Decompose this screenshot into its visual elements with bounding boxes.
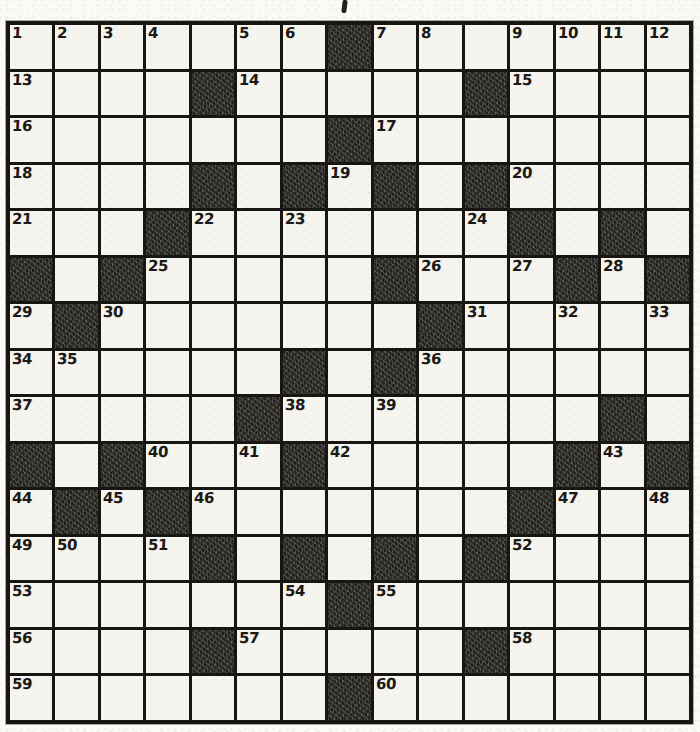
white-cell-r4c8[interactable]: 19 bbox=[328, 165, 370, 209]
white-cell-r5c3[interactable] bbox=[101, 211, 143, 255]
clue-number: 59 bbox=[12, 677, 33, 693]
white-cell-r6c14[interactable]: 28 bbox=[601, 258, 643, 302]
black-cell-r3c8 bbox=[328, 118, 370, 162]
clue-number: 39 bbox=[375, 398, 396, 414]
white-cell-r11c1[interactable]: 44 bbox=[10, 490, 52, 534]
white-cell-r11c11[interactable] bbox=[465, 490, 507, 534]
white-cell-r15c13[interactable] bbox=[556, 676, 598, 720]
white-cell-r11c14[interactable] bbox=[601, 490, 643, 534]
clue-number: 24 bbox=[466, 212, 487, 228]
white-cell-r3c11[interactable] bbox=[465, 118, 507, 162]
black-cell-r15c8 bbox=[328, 676, 370, 720]
black-cell-r6c13 bbox=[556, 258, 598, 302]
white-cell-r7c11[interactable]: 31 bbox=[465, 304, 507, 348]
clue-number: 22 bbox=[193, 212, 214, 228]
white-cell-r12c6[interactable] bbox=[237, 537, 279, 581]
white-cell-r13c3[interactable] bbox=[101, 583, 143, 627]
black-cell-r10c15 bbox=[647, 444, 689, 488]
ink-mark bbox=[341, 0, 348, 13]
clue-number: 21 bbox=[12, 212, 33, 228]
white-cell-r9c15[interactable] bbox=[647, 397, 689, 441]
white-cell-r7c4[interactable] bbox=[146, 304, 188, 348]
white-cell-r9c4[interactable] bbox=[146, 397, 188, 441]
white-cell-r1c9[interactable]: 7 bbox=[374, 25, 416, 69]
white-cell-r9c2[interactable] bbox=[55, 397, 97, 441]
clue-number: 4 bbox=[148, 26, 159, 42]
clue-number: 47 bbox=[557, 491, 578, 507]
white-cell-r12c4[interactable]: 51 bbox=[146, 537, 188, 581]
white-cell-r15c1[interactable]: 59 bbox=[10, 676, 52, 720]
white-cell-r2c13[interactable] bbox=[556, 72, 598, 116]
white-cell-r7c5[interactable] bbox=[192, 304, 234, 348]
black-cell-r4c5 bbox=[192, 165, 234, 209]
clue-number: 25 bbox=[148, 259, 169, 275]
black-cell-r1c8 bbox=[328, 25, 370, 69]
clue-number: 7 bbox=[375, 26, 386, 42]
white-cell-r2c4[interactable] bbox=[146, 72, 188, 116]
clue-number: 53 bbox=[12, 584, 33, 600]
white-cell-r7c3[interactable]: 30 bbox=[101, 304, 143, 348]
white-cell-r8c13[interactable] bbox=[556, 351, 598, 395]
white-cell-r2c14[interactable] bbox=[601, 72, 643, 116]
white-cell-r8c6[interactable] bbox=[237, 351, 279, 395]
white-cell-r4c6[interactable] bbox=[237, 165, 279, 209]
clue-number: 23 bbox=[284, 212, 305, 228]
white-cell-r6c11[interactable] bbox=[465, 258, 507, 302]
clue-number: 18 bbox=[12, 166, 33, 182]
white-cell-r12c15[interactable] bbox=[647, 537, 689, 581]
clue-number: 16 bbox=[12, 119, 33, 135]
white-cell-r6c10[interactable]: 26 bbox=[419, 258, 461, 302]
white-cell-r13c14[interactable] bbox=[601, 583, 643, 627]
white-cell-r10c11[interactable] bbox=[465, 444, 507, 488]
white-cell-r11c9[interactable] bbox=[374, 490, 416, 534]
white-cell-r3c12[interactable] bbox=[510, 118, 552, 162]
white-cell-r9c13[interactable] bbox=[556, 397, 598, 441]
clue-number: 1 bbox=[12, 26, 23, 42]
clue-number: 54 bbox=[284, 584, 305, 600]
white-cell-r1c6[interactable]: 5 bbox=[237, 25, 279, 69]
white-cell-r4c15[interactable] bbox=[647, 165, 689, 209]
white-cell-r3c10[interactable] bbox=[419, 118, 461, 162]
clue-number: 13 bbox=[12, 73, 33, 89]
white-cell-r15c2[interactable] bbox=[55, 676, 97, 720]
black-cell-r10c3 bbox=[101, 444, 143, 488]
white-cell-r1c12[interactable]: 9 bbox=[510, 25, 552, 69]
white-cell-r15c7[interactable] bbox=[283, 676, 325, 720]
clue-number: 56 bbox=[12, 631, 33, 647]
white-cell-r4c3[interactable] bbox=[101, 165, 143, 209]
white-cell-r7c12[interactable] bbox=[510, 304, 552, 348]
clue-number: 48 bbox=[648, 491, 669, 507]
black-cell-r6c1 bbox=[10, 258, 52, 302]
white-cell-r3c13[interactable] bbox=[556, 118, 598, 162]
white-cell-r2c8[interactable] bbox=[328, 72, 370, 116]
white-cell-r9c9[interactable]: 39 bbox=[374, 397, 416, 441]
white-cell-r8c5[interactable] bbox=[192, 351, 234, 395]
white-cell-r8c3[interactable] bbox=[101, 351, 143, 395]
white-cell-r5c9[interactable] bbox=[374, 211, 416, 255]
white-cell-r3c1[interactable]: 16 bbox=[10, 118, 52, 162]
clue-number: 20 bbox=[512, 166, 533, 182]
clue-number: 17 bbox=[375, 119, 396, 135]
white-cell-r2c2[interactable] bbox=[55, 72, 97, 116]
white-cell-r6c2[interactable] bbox=[55, 258, 97, 302]
white-cell-r1c14[interactable]: 11 bbox=[601, 25, 643, 69]
white-cell-r8c4[interactable] bbox=[146, 351, 188, 395]
white-cell-r11c3[interactable]: 45 bbox=[101, 490, 143, 534]
white-cell-r14c13[interactable] bbox=[556, 630, 598, 674]
clue-number: 2 bbox=[57, 26, 68, 42]
white-cell-r1c10[interactable]: 8 bbox=[419, 25, 461, 69]
white-cell-r9c10[interactable] bbox=[419, 397, 461, 441]
white-cell-r11c10[interactable] bbox=[419, 490, 461, 534]
white-cell-r10c6[interactable]: 41 bbox=[237, 444, 279, 488]
white-cell-r12c3[interactable] bbox=[101, 537, 143, 581]
clue-number: 15 bbox=[512, 73, 533, 89]
white-cell-r15c6[interactable] bbox=[237, 676, 279, 720]
white-cell-r14c7[interactable] bbox=[283, 630, 325, 674]
white-cell-r4c12[interactable]: 20 bbox=[510, 165, 552, 209]
white-cell-r10c4[interactable]: 40 bbox=[146, 444, 188, 488]
white-cell-r12c12[interactable]: 52 bbox=[510, 537, 552, 581]
white-cell-r10c14[interactable]: 43 bbox=[601, 444, 643, 488]
white-cell-r5c7[interactable]: 23 bbox=[283, 211, 325, 255]
clue-number: 26 bbox=[421, 259, 442, 275]
white-cell-r2c6[interactable]: 14 bbox=[237, 72, 279, 116]
white-cell-r3c2[interactable] bbox=[55, 118, 97, 162]
white-cell-r8c10[interactable]: 36 bbox=[419, 351, 461, 395]
white-cell-r7c7[interactable] bbox=[283, 304, 325, 348]
white-cell-r15c10[interactable] bbox=[419, 676, 461, 720]
clue-number: 34 bbox=[12, 352, 33, 368]
white-cell-r12c10[interactable] bbox=[419, 537, 461, 581]
white-cell-r2c3[interactable] bbox=[101, 72, 143, 116]
white-cell-r6c5[interactable] bbox=[192, 258, 234, 302]
white-cell-r11c5[interactable]: 46 bbox=[192, 490, 234, 534]
black-cell-r4c9 bbox=[374, 165, 416, 209]
black-cell-r14c5 bbox=[192, 630, 234, 674]
white-cell-r13c1[interactable]: 53 bbox=[10, 583, 52, 627]
black-cell-r8c7 bbox=[283, 351, 325, 395]
clue-number: 45 bbox=[103, 491, 124, 507]
white-cell-r15c12[interactable] bbox=[510, 676, 552, 720]
white-cell-r4c4[interactable] bbox=[146, 165, 188, 209]
white-cell-r3c15[interactable] bbox=[647, 118, 689, 162]
white-cell-r1c5[interactable] bbox=[192, 25, 234, 69]
white-cell-r13c15[interactable] bbox=[647, 583, 689, 627]
white-cell-r7c9[interactable] bbox=[374, 304, 416, 348]
black-cell-r5c4 bbox=[146, 211, 188, 255]
white-cell-r8c15[interactable] bbox=[647, 351, 689, 395]
clue-number: 52 bbox=[512, 538, 533, 554]
white-cell-r2c12[interactable]: 15 bbox=[510, 72, 552, 116]
clue-number: 60 bbox=[375, 677, 396, 693]
black-cell-r11c2 bbox=[55, 490, 97, 534]
clue-number: 42 bbox=[330, 445, 351, 461]
white-cell-r11c6[interactable] bbox=[237, 490, 279, 534]
white-cell-r5c1[interactable]: 21 bbox=[10, 211, 52, 255]
white-cell-r8c14[interactable] bbox=[601, 351, 643, 395]
white-cell-r13c10[interactable] bbox=[419, 583, 461, 627]
white-cell-r14c15[interactable] bbox=[647, 630, 689, 674]
white-cell-r8c8[interactable] bbox=[328, 351, 370, 395]
clue-number: 32 bbox=[557, 305, 578, 321]
white-cell-r8c12[interactable] bbox=[510, 351, 552, 395]
white-cell-r14c2[interactable] bbox=[55, 630, 97, 674]
clue-number: 33 bbox=[648, 305, 669, 321]
white-cell-r5c10[interactable] bbox=[419, 211, 461, 255]
black-cell-r10c1 bbox=[10, 444, 52, 488]
clue-number: 40 bbox=[148, 445, 169, 461]
white-cell-r1c2[interactable]: 2 bbox=[55, 25, 97, 69]
white-cell-r10c5[interactable] bbox=[192, 444, 234, 488]
clue-number: 37 bbox=[12, 398, 33, 414]
white-cell-r3c4[interactable] bbox=[146, 118, 188, 162]
white-cell-r12c8[interactable] bbox=[328, 537, 370, 581]
black-cell-r6c9 bbox=[374, 258, 416, 302]
white-cell-r11c13[interactable]: 47 bbox=[556, 490, 598, 534]
clue-number: 58 bbox=[512, 631, 533, 647]
clue-number: 43 bbox=[603, 445, 624, 461]
white-cell-r6c7[interactable] bbox=[283, 258, 325, 302]
clue-number: 36 bbox=[421, 352, 442, 368]
white-cell-r5c6[interactable] bbox=[237, 211, 279, 255]
clue-number: 6 bbox=[284, 26, 295, 42]
clue-number: 29 bbox=[12, 305, 33, 321]
white-cell-r12c14[interactable] bbox=[601, 537, 643, 581]
white-cell-r14c14[interactable] bbox=[601, 630, 643, 674]
clue-number: 10 bbox=[557, 26, 578, 42]
black-cell-r12c7 bbox=[283, 537, 325, 581]
scanned-crossword-page: 1234567891011121314151617181920212223242… bbox=[0, 0, 700, 732]
white-cell-r10c10[interactable] bbox=[419, 444, 461, 488]
white-cell-r6c6[interactable] bbox=[237, 258, 279, 302]
white-cell-r4c13[interactable] bbox=[556, 165, 598, 209]
white-cell-r15c14[interactable] bbox=[601, 676, 643, 720]
white-cell-r6c4[interactable]: 25 bbox=[146, 258, 188, 302]
black-cell-r9c14 bbox=[601, 397, 643, 441]
black-cell-r7c10 bbox=[419, 304, 461, 348]
white-cell-r2c1[interactable]: 13 bbox=[10, 72, 52, 116]
white-cell-r13c7[interactable]: 54 bbox=[283, 583, 325, 627]
white-cell-r13c2[interactable] bbox=[55, 583, 97, 627]
black-cell-r5c14 bbox=[601, 211, 643, 255]
white-cell-r12c1[interactable]: 49 bbox=[10, 537, 52, 581]
white-cell-r1c15[interactable]: 12 bbox=[647, 25, 689, 69]
clue-number: 51 bbox=[148, 538, 169, 554]
white-cell-r6c8[interactable] bbox=[328, 258, 370, 302]
white-cell-r7c6[interactable] bbox=[237, 304, 279, 348]
white-cell-r12c2[interactable]: 50 bbox=[55, 537, 97, 581]
black-cell-r5c12 bbox=[510, 211, 552, 255]
white-cell-r3c7[interactable] bbox=[283, 118, 325, 162]
black-cell-r10c7 bbox=[283, 444, 325, 488]
white-cell-r12c13[interactable] bbox=[556, 537, 598, 581]
clue-number: 31 bbox=[466, 305, 487, 321]
white-cell-r11c15[interactable]: 48 bbox=[647, 490, 689, 534]
black-cell-r2c11 bbox=[465, 72, 507, 116]
white-cell-r14c6[interactable]: 57 bbox=[237, 630, 279, 674]
crossword-grid: 1234567891011121314151617181920212223242… bbox=[6, 21, 693, 724]
clue-number: 38 bbox=[284, 398, 305, 414]
white-cell-r1c4[interactable]: 4 bbox=[146, 25, 188, 69]
white-cell-r14c9[interactable] bbox=[374, 630, 416, 674]
black-cell-r2c5 bbox=[192, 72, 234, 116]
black-cell-r12c5 bbox=[192, 537, 234, 581]
black-cell-r12c9 bbox=[374, 537, 416, 581]
clue-number: 49 bbox=[12, 538, 33, 554]
white-cell-r11c7[interactable] bbox=[283, 490, 325, 534]
white-cell-r4c10[interactable] bbox=[419, 165, 461, 209]
clue-number: 44 bbox=[12, 491, 33, 507]
white-cell-r15c4[interactable] bbox=[146, 676, 188, 720]
white-cell-r9c12[interactable] bbox=[510, 397, 552, 441]
clue-number: 41 bbox=[239, 445, 260, 461]
black-cell-r14c11 bbox=[465, 630, 507, 674]
black-cell-r6c3 bbox=[101, 258, 143, 302]
white-cell-r15c15[interactable] bbox=[647, 676, 689, 720]
white-cell-r2c10[interactable] bbox=[419, 72, 461, 116]
white-cell-r15c3[interactable] bbox=[101, 676, 143, 720]
white-cell-r5c11[interactable]: 24 bbox=[465, 211, 507, 255]
clue-number: 5 bbox=[239, 26, 250, 42]
clue-number: 46 bbox=[193, 491, 214, 507]
clue-number: 27 bbox=[512, 259, 533, 275]
white-cell-r10c12[interactable] bbox=[510, 444, 552, 488]
white-cell-r9c11[interactable] bbox=[465, 397, 507, 441]
white-cell-r14c3[interactable] bbox=[101, 630, 143, 674]
clue-number: 57 bbox=[239, 631, 260, 647]
white-cell-r9c1[interactable]: 37 bbox=[10, 397, 52, 441]
white-cell-r14c12[interactable]: 58 bbox=[510, 630, 552, 674]
white-cell-r13c9[interactable]: 55 bbox=[374, 583, 416, 627]
white-cell-r13c12[interactable] bbox=[510, 583, 552, 627]
white-cell-r9c7[interactable]: 38 bbox=[283, 397, 325, 441]
white-cell-r10c8[interactable]: 42 bbox=[328, 444, 370, 488]
clue-number: 14 bbox=[239, 73, 260, 89]
white-cell-r4c14[interactable] bbox=[601, 165, 643, 209]
white-cell-r13c11[interactable] bbox=[465, 583, 507, 627]
white-cell-r15c5[interactable] bbox=[192, 676, 234, 720]
black-cell-r12c11 bbox=[465, 537, 507, 581]
black-cell-r13c8 bbox=[328, 583, 370, 627]
white-cell-r5c15[interactable] bbox=[647, 211, 689, 255]
white-cell-r14c10[interactable] bbox=[419, 630, 461, 674]
white-cell-r4c1[interactable]: 18 bbox=[10, 165, 52, 209]
black-cell-r4c7 bbox=[283, 165, 325, 209]
white-cell-r7c8[interactable] bbox=[328, 304, 370, 348]
black-cell-r6c15 bbox=[647, 258, 689, 302]
black-cell-r11c4 bbox=[146, 490, 188, 534]
white-cell-r5c13[interactable] bbox=[556, 211, 598, 255]
white-cell-r7c1[interactable]: 29 bbox=[10, 304, 52, 348]
clue-number: 55 bbox=[375, 584, 396, 600]
white-cell-r14c4[interactable] bbox=[146, 630, 188, 674]
white-cell-r1c13[interactable]: 10 bbox=[556, 25, 598, 69]
white-cell-r6c12[interactable]: 27 bbox=[510, 258, 552, 302]
white-cell-r5c2[interactable] bbox=[55, 211, 97, 255]
white-cell-r7c14[interactable] bbox=[601, 304, 643, 348]
black-cell-r9c6 bbox=[237, 397, 279, 441]
white-cell-r3c14[interactable] bbox=[601, 118, 643, 162]
white-cell-r2c7[interactable] bbox=[283, 72, 325, 116]
black-cell-r8c9 bbox=[374, 351, 416, 395]
black-cell-r11c12 bbox=[510, 490, 552, 534]
white-cell-r1c7[interactable]: 6 bbox=[283, 25, 325, 69]
white-cell-r8c1[interactable]: 34 bbox=[10, 351, 52, 395]
white-cell-r2c9[interactable] bbox=[374, 72, 416, 116]
clue-number: 3 bbox=[103, 26, 114, 42]
clue-number: 12 bbox=[648, 26, 669, 42]
white-cell-r1c11[interactable] bbox=[465, 25, 507, 69]
clue-number: 30 bbox=[103, 305, 124, 321]
white-cell-r4c2[interactable] bbox=[55, 165, 97, 209]
white-cell-r9c3[interactable] bbox=[101, 397, 143, 441]
black-cell-r7c2 bbox=[55, 304, 97, 348]
white-cell-r8c11[interactable] bbox=[465, 351, 507, 395]
white-cell-r13c4[interactable] bbox=[146, 583, 188, 627]
white-cell-r1c1[interactable]: 1 bbox=[10, 25, 52, 69]
white-cell-r5c8[interactable] bbox=[328, 211, 370, 255]
clue-number: 50 bbox=[57, 538, 78, 554]
white-cell-r11c8[interactable] bbox=[328, 490, 370, 534]
clue-number: 11 bbox=[603, 26, 624, 42]
white-cell-r7c15[interactable]: 33 bbox=[647, 304, 689, 348]
white-cell-r3c9[interactable]: 17 bbox=[374, 118, 416, 162]
white-cell-r13c6[interactable] bbox=[237, 583, 279, 627]
white-cell-r10c9[interactable] bbox=[374, 444, 416, 488]
white-cell-r3c6[interactable] bbox=[237, 118, 279, 162]
clue-number: 19 bbox=[330, 166, 351, 182]
clue-number: 35 bbox=[57, 352, 78, 368]
white-cell-r13c13[interactable] bbox=[556, 583, 598, 627]
black-cell-r10c13 bbox=[556, 444, 598, 488]
white-cell-r10c2[interactable] bbox=[55, 444, 97, 488]
white-cell-r3c5[interactable] bbox=[192, 118, 234, 162]
white-cell-r15c11[interactable] bbox=[465, 676, 507, 720]
black-cell-r4c11 bbox=[465, 165, 507, 209]
white-cell-r5c5[interactable]: 22 bbox=[192, 211, 234, 255]
white-cell-r15c9[interactable]: 60 bbox=[374, 676, 416, 720]
clue-number: 28 bbox=[603, 259, 624, 275]
white-cell-r13c5[interactable] bbox=[192, 583, 234, 627]
white-cell-r2c15[interactable] bbox=[647, 72, 689, 116]
white-cell-r9c8[interactable] bbox=[328, 397, 370, 441]
white-cell-r9c5[interactable] bbox=[192, 397, 234, 441]
white-cell-r1c3[interactable]: 3 bbox=[101, 25, 143, 69]
clue-number: 8 bbox=[421, 26, 432, 42]
white-cell-r3c3[interactable] bbox=[101, 118, 143, 162]
white-cell-r14c1[interactable]: 56 bbox=[10, 630, 52, 674]
white-cell-r14c8[interactable] bbox=[328, 630, 370, 674]
white-cell-r7c13[interactable]: 32 bbox=[556, 304, 598, 348]
clue-number: 9 bbox=[512, 26, 523, 42]
white-cell-r8c2[interactable]: 35 bbox=[55, 351, 97, 395]
